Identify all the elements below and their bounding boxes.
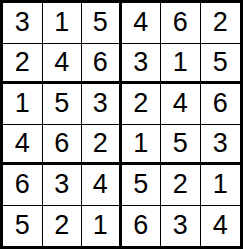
- cell-r3c4[interactable]: 2: [122, 84, 162, 125]
- cell-r1c3[interactable]: 5: [82, 3, 122, 44]
- cell-r1c6[interactable]: 2: [201, 3, 241, 44]
- cell-r4c1[interactable]: 4: [3, 125, 43, 166]
- cell-r6c5[interactable]: 3: [161, 206, 201, 247]
- cell-r1c5[interactable]: 6: [161, 3, 201, 44]
- cell-r2c1[interactable]: 2: [3, 44, 43, 85]
- cell-r4c5[interactable]: 5: [161, 125, 201, 166]
- cell-r6c2[interactable]: 2: [43, 206, 83, 247]
- cell-r5c4[interactable]: 5: [122, 165, 162, 206]
- cell-r3c2[interactable]: 5: [43, 84, 83, 125]
- cell-r3c3[interactable]: 3: [82, 84, 122, 125]
- cell-r3c6[interactable]: 6: [201, 84, 241, 125]
- cell-r1c2[interactable]: 1: [43, 3, 83, 44]
- cell-r5c3[interactable]: 4: [82, 165, 122, 206]
- sudoku-board: 315462246315153246462153634521521634: [0, 0, 243, 249]
- cell-r4c6[interactable]: 3: [201, 125, 241, 166]
- cell-r2c6[interactable]: 5: [201, 44, 241, 85]
- cell-r4c4[interactable]: 1: [122, 125, 162, 166]
- cell-r2c5[interactable]: 1: [161, 44, 201, 85]
- cell-r6c6[interactable]: 4: [201, 206, 241, 247]
- cell-r4c3[interactable]: 2: [82, 125, 122, 166]
- cell-r4c2[interactable]: 6: [43, 125, 83, 166]
- cell-r2c2[interactable]: 4: [43, 44, 83, 85]
- cell-r1c4[interactable]: 4: [122, 3, 162, 44]
- cell-r3c1[interactable]: 1: [3, 84, 43, 125]
- cell-r5c2[interactable]: 3: [43, 165, 83, 206]
- cell-r5c5[interactable]: 2: [161, 165, 201, 206]
- cell-r1c1[interactable]: 3: [3, 3, 43, 44]
- cell-r5c1[interactable]: 6: [3, 165, 43, 206]
- cell-r2c4[interactable]: 3: [122, 44, 162, 85]
- cell-r6c1[interactable]: 5: [3, 206, 43, 247]
- cell-r3c5[interactable]: 4: [161, 84, 201, 125]
- cell-r5c6[interactable]: 1: [201, 165, 241, 206]
- cell-r6c3[interactable]: 1: [82, 206, 122, 247]
- cell-r2c3[interactable]: 6: [82, 44, 122, 85]
- cell-r6c4[interactable]: 6: [122, 206, 162, 247]
